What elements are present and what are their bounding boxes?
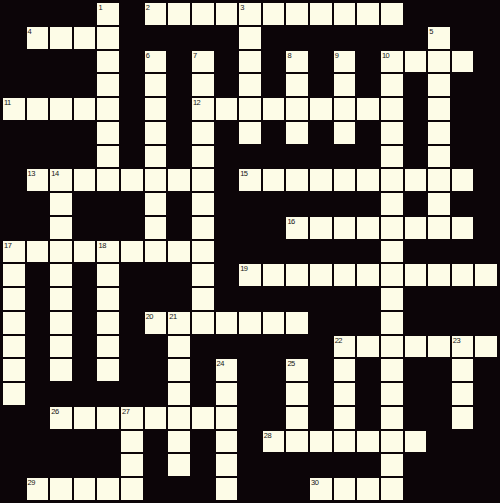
cell-r5-c4[interactable]	[96, 121, 120, 145]
cell-r0-c2	[49, 2, 73, 26]
cell-r7-c14[interactable]	[333, 168, 357, 192]
cell-r11-c10[interactable]: 19	[238, 263, 262, 287]
cell-r0-c10[interactable]: 3	[238, 2, 262, 26]
clue-number-27: 27	[122, 407, 129, 416]
cell-r1-c10[interactable]	[238, 26, 262, 50]
cell-r2-c1	[26, 50, 50, 74]
cell-r14-c9	[215, 335, 239, 359]
cell-r11-c4[interactable]	[96, 263, 120, 287]
cell-r10-c6[interactable]	[144, 240, 168, 264]
cell-r2-c8[interactable]: 7	[191, 50, 215, 74]
cell-r13-c13	[309, 311, 333, 335]
cell-r9-c12[interactable]: 16	[285, 216, 309, 240]
cell-r7-c5[interactable]	[120, 168, 144, 192]
cell-r9-c0	[2, 216, 26, 240]
cell-r19-c8	[191, 453, 215, 477]
cell-r18-c9[interactable]	[215, 430, 239, 454]
cell-r11-c17[interactable]	[404, 263, 428, 287]
cell-r18-c3	[73, 430, 97, 454]
cell-r13-c9[interactable]	[215, 311, 239, 335]
cell-r14-c4[interactable]	[96, 335, 120, 359]
cell-r0-c14[interactable]	[333, 2, 357, 26]
cell-r4-c0[interactable]: 11	[2, 97, 26, 121]
cell-r17-c2[interactable]: 26	[49, 406, 73, 430]
cell-r12-c13	[309, 287, 333, 311]
cell-r0-c4[interactable]: 1	[96, 2, 120, 26]
cell-r9-c17[interactable]	[404, 216, 428, 240]
cell-r0-c7[interactable]	[167, 2, 191, 26]
cell-r10-c0[interactable]: 17	[2, 240, 26, 264]
cell-r17-c3[interactable]	[73, 406, 97, 430]
clue-number-10: 10	[382, 51, 389, 60]
cell-r20-c5[interactable]	[120, 477, 144, 501]
cell-r13-c7[interactable]: 21	[167, 311, 191, 335]
clue-number-11: 11	[4, 98, 11, 107]
cell-r12-c16[interactable]	[380, 287, 404, 311]
cell-r4-c14[interactable]	[333, 97, 357, 121]
cell-r19-c2	[49, 453, 73, 477]
cell-r6-c18[interactable]	[427, 145, 451, 169]
cell-r4-c10[interactable]	[238, 97, 262, 121]
cell-r17-c0	[2, 406, 26, 430]
cell-r6-c5	[120, 145, 144, 169]
cell-r20-c19	[451, 477, 475, 501]
cell-r10-c3[interactable]	[73, 240, 97, 264]
cell-r13-c18	[427, 311, 451, 335]
cell-r20-c15[interactable]	[356, 477, 380, 501]
cell-r8-c8[interactable]	[191, 192, 215, 216]
cell-r9-c18[interactable]	[427, 216, 451, 240]
cell-r3-c8[interactable]	[191, 73, 215, 97]
cell-r19-c4	[96, 453, 120, 477]
cell-r3-c18[interactable]	[427, 73, 451, 97]
cell-r19-c5[interactable]	[120, 453, 144, 477]
crossword-grid: 1234567891011121314151617181920212223242…	[2, 2, 498, 501]
cell-r10-c18	[427, 240, 451, 264]
cell-r2-c16[interactable]: 10	[380, 50, 404, 74]
cell-r6-c12	[285, 145, 309, 169]
cell-r3-c4[interactable]	[96, 73, 120, 97]
cell-r16-c7[interactable]	[167, 382, 191, 406]
cell-r18-c10	[238, 430, 262, 454]
cell-r11-c18[interactable]	[427, 263, 451, 287]
cell-r6-c7	[167, 145, 191, 169]
cell-r2-c18[interactable]	[427, 50, 451, 74]
cell-r11-c14[interactable]	[333, 263, 357, 287]
cell-r20-c17	[404, 477, 428, 501]
cell-r16-c11	[262, 382, 286, 406]
cell-r3-c6[interactable]	[144, 73, 168, 97]
cell-r6-c6[interactable]	[144, 145, 168, 169]
cell-r19-c9[interactable]	[215, 453, 239, 477]
cell-r1-c2[interactable]	[49, 26, 73, 50]
cell-r12-c4[interactable]	[96, 287, 120, 311]
cell-r8-c2[interactable]	[49, 192, 73, 216]
cell-r8-c6[interactable]	[144, 192, 168, 216]
cell-r12-c6	[144, 287, 168, 311]
cell-r9-c2[interactable]	[49, 216, 73, 240]
cell-r16-c19[interactable]	[451, 382, 475, 406]
cell-r13-c3	[73, 311, 97, 335]
cell-r4-c12[interactable]	[285, 97, 309, 121]
cell-r16-c20	[474, 382, 498, 406]
cell-r7-c12[interactable]	[285, 168, 309, 192]
cell-r15-c0[interactable]	[2, 358, 26, 382]
cell-r8-c18[interactable]	[427, 192, 451, 216]
clue-number-5: 5	[429, 27, 433, 36]
cell-r20-c16[interactable]	[380, 477, 404, 501]
cell-r13-c0[interactable]	[2, 311, 26, 335]
cell-r4-c8[interactable]: 12	[191, 97, 215, 121]
cell-r14-c13	[309, 335, 333, 359]
cell-r19-c3	[73, 453, 97, 477]
cell-r19-c1	[26, 453, 50, 477]
cell-r18-c5[interactable]	[120, 430, 144, 454]
cell-r4-c17	[404, 97, 428, 121]
cell-r1-c18[interactable]: 5	[427, 26, 451, 50]
cell-r13-c2[interactable]	[49, 311, 73, 335]
cell-r15-c8	[191, 358, 215, 382]
cell-r11-c8[interactable]	[191, 263, 215, 287]
cell-r5-c6[interactable]	[144, 121, 168, 145]
cell-r9-c8[interactable]	[191, 216, 215, 240]
cell-r5-c19	[451, 121, 475, 145]
cell-r17-c6[interactable]	[144, 406, 168, 430]
cell-r20-c9[interactable]	[215, 477, 239, 501]
cell-r3-c3	[73, 73, 97, 97]
cell-r12-c8[interactable]	[191, 287, 215, 311]
cell-r3-c0	[2, 73, 26, 97]
cell-r13-c4[interactable]	[96, 311, 120, 335]
cell-r17-c7[interactable]	[167, 406, 191, 430]
cell-r12-c7	[167, 287, 191, 311]
cell-r12-c18	[427, 287, 451, 311]
cell-r14-c12	[285, 335, 309, 359]
cell-r11-c9	[215, 263, 239, 287]
cell-r1-c4[interactable]	[96, 26, 120, 50]
cell-r7-c11[interactable]	[262, 168, 286, 192]
cell-r14-c2[interactable]	[49, 335, 73, 359]
cell-r7-c16[interactable]	[380, 168, 404, 192]
cell-r5-c5	[120, 121, 144, 145]
cell-r17-c4[interactable]	[96, 406, 120, 430]
cell-r15-c19[interactable]	[451, 358, 475, 382]
clue-number-4: 4	[28, 27, 32, 36]
cell-r11-c12[interactable]	[285, 263, 309, 287]
cell-r10-c7[interactable]	[167, 240, 191, 264]
cell-r0-c9[interactable]	[215, 2, 239, 26]
cell-r2-c9	[215, 50, 239, 74]
cell-r14-c20[interactable]	[474, 335, 498, 359]
cell-r4-c16[interactable]	[380, 97, 404, 121]
cell-r5-c15	[356, 121, 380, 145]
cell-r15-c12[interactable]: 25	[285, 358, 309, 382]
cell-r10-c8[interactable]	[191, 240, 215, 264]
cell-r6-c16[interactable]	[380, 145, 404, 169]
cell-r2-c6[interactable]: 6	[144, 50, 168, 74]
cell-r5-c14[interactable]	[333, 121, 357, 145]
cell-r20-c10	[238, 477, 262, 501]
cell-r1-c6	[144, 26, 168, 50]
cell-r2-c10[interactable]	[238, 50, 262, 74]
cell-r3-c14[interactable]	[333, 73, 357, 97]
cell-r19-c16[interactable]	[380, 453, 404, 477]
cell-r14-c0[interactable]	[2, 335, 26, 359]
cell-r7-c1[interactable]: 13	[26, 168, 50, 192]
cell-r12-c19	[451, 287, 475, 311]
cell-r18-c12[interactable]	[285, 430, 309, 454]
cell-r7-c7[interactable]	[167, 168, 191, 192]
cell-r13-c16[interactable]	[380, 311, 404, 335]
cell-r5-c12[interactable]	[285, 121, 309, 145]
cell-r4-c6[interactable]	[144, 97, 168, 121]
clue-number-17: 17	[4, 241, 11, 250]
cell-r10-c16[interactable]	[380, 240, 404, 264]
cell-r4-c2[interactable]	[49, 97, 73, 121]
cell-r2-c13	[309, 50, 333, 74]
cell-r17-c19[interactable]	[451, 406, 475, 430]
cell-r0-c16[interactable]	[380, 2, 404, 26]
cell-r7-c8[interactable]	[191, 168, 215, 192]
cell-r10-c20	[474, 240, 498, 264]
cell-r6-c11	[262, 145, 286, 169]
cell-r4-c15[interactable]	[356, 97, 380, 121]
cell-r11-c15[interactable]	[356, 263, 380, 287]
cell-r2-c12[interactable]: 8	[285, 50, 309, 74]
cell-r15-c7[interactable]	[167, 358, 191, 382]
cell-r13-c17	[404, 311, 428, 335]
cell-r10-c2[interactable]	[49, 240, 73, 264]
cell-r2-c14[interactable]: 9	[333, 50, 357, 74]
cell-r4-c11[interactable]	[262, 97, 286, 121]
cell-r5-c8[interactable]	[191, 121, 215, 145]
cell-r18-c7[interactable]	[167, 430, 191, 454]
cell-r7-c4[interactable]	[96, 168, 120, 192]
cell-r10-c4[interactable]: 18	[96, 240, 120, 264]
cell-r17-c12[interactable]	[285, 406, 309, 430]
cell-r9-c19[interactable]	[451, 216, 475, 240]
cell-r6-c4[interactable]	[96, 145, 120, 169]
clue-number-1: 1	[98, 3, 102, 12]
cell-r12-c0[interactable]	[2, 287, 26, 311]
cell-r13-c11[interactable]	[262, 311, 286, 335]
cell-r15-c17	[404, 358, 428, 382]
cell-r1-c14	[333, 26, 357, 50]
cell-r3-c11	[262, 73, 286, 97]
cell-r19-c0	[2, 453, 26, 477]
cell-r17-c13	[309, 406, 333, 430]
cell-r15-c3	[73, 358, 97, 382]
cell-r8-c17	[404, 192, 428, 216]
cell-r12-c15	[356, 287, 380, 311]
cell-r2-c19[interactable]	[451, 50, 475, 74]
cell-r2-c3	[73, 50, 97, 74]
cell-r1-c3[interactable]	[73, 26, 97, 50]
cell-r17-c10	[238, 406, 262, 430]
cell-r11-c0[interactable]	[2, 263, 26, 287]
cell-r11-c19[interactable]	[451, 263, 475, 287]
cell-r9-c14[interactable]	[333, 216, 357, 240]
cell-r7-c13[interactable]	[309, 168, 333, 192]
cell-r9-c3	[73, 216, 97, 240]
cell-r7-c2[interactable]: 14	[49, 168, 73, 192]
cell-r11-c20[interactable]	[474, 263, 498, 287]
cell-r20-c1[interactable]: 29	[26, 477, 50, 501]
cell-r5-c11	[262, 121, 286, 145]
cell-r6-c8[interactable]	[191, 145, 215, 169]
cell-r12-c5	[120, 287, 144, 311]
cell-r7-c15[interactable]	[356, 168, 380, 192]
cell-r7-c6[interactable]	[144, 168, 168, 192]
cell-r2-c17[interactable]	[404, 50, 428, 74]
cell-r5-c18[interactable]	[427, 121, 451, 145]
cell-r5-c16[interactable]	[380, 121, 404, 145]
cell-r18-c15[interactable]	[356, 430, 380, 454]
cell-r1-c17	[404, 26, 428, 50]
cell-r15-c9[interactable]: 24	[215, 358, 239, 382]
cell-r14-c15[interactable]	[356, 335, 380, 359]
cell-r9-c6[interactable]	[144, 216, 168, 240]
cell-r7-c19[interactable]	[451, 168, 475, 192]
cell-r0-c13[interactable]	[309, 2, 333, 26]
cell-r3-c16[interactable]	[380, 73, 404, 97]
cell-r18-c4	[96, 430, 120, 454]
cell-r17-c16[interactable]	[380, 406, 404, 430]
cell-r18-c14[interactable]	[333, 430, 357, 454]
cell-r12-c1	[26, 287, 50, 311]
cell-r19-c7[interactable]	[167, 453, 191, 477]
cell-r18-c19	[451, 430, 475, 454]
cell-r2-c4[interactable]	[96, 50, 120, 74]
cell-r1-c20	[474, 26, 498, 50]
cell-r13-c10[interactable]	[238, 311, 262, 335]
cell-r0-c1	[26, 2, 50, 26]
cell-r19-c18	[427, 453, 451, 477]
cell-r1-c1[interactable]: 4	[26, 26, 50, 50]
cell-r9-c15[interactable]	[356, 216, 380, 240]
cell-r14-c18[interactable]	[427, 335, 451, 359]
cell-r18-c16[interactable]	[380, 430, 404, 454]
cell-r11-c13[interactable]	[309, 263, 333, 287]
cell-r19-c10	[238, 453, 262, 477]
cell-r14-c7[interactable]	[167, 335, 191, 359]
cell-r17-c14[interactable]	[333, 406, 357, 430]
cell-r7-c18[interactable]	[427, 168, 451, 192]
cell-r7-c17[interactable]	[404, 168, 428, 192]
cell-r13-c8[interactable]	[191, 311, 215, 335]
cell-r15-c16[interactable]	[380, 358, 404, 382]
cell-r4-c9[interactable]	[215, 97, 239, 121]
cell-r13-c12[interactable]	[285, 311, 309, 335]
cell-r15-c2[interactable]	[49, 358, 73, 382]
cell-r14-c14[interactable]: 22	[333, 335, 357, 359]
cell-r14-c1	[26, 335, 50, 359]
cell-r6-c17	[404, 145, 428, 169]
cell-r11-c11[interactable]	[262, 263, 286, 287]
cell-r8-c12	[285, 192, 309, 216]
cell-r15-c4[interactable]	[96, 358, 120, 382]
cell-r12-c2[interactable]	[49, 287, 73, 311]
cell-r4-c3[interactable]	[73, 97, 97, 121]
cell-r20-c3[interactable]	[73, 477, 97, 501]
cell-r18-c17[interactable]	[404, 430, 428, 454]
cell-r4-c4[interactable]	[96, 97, 120, 121]
cell-r9-c16[interactable]	[380, 216, 404, 240]
cell-r0-c12[interactable]	[285, 2, 309, 26]
clue-number-14: 14	[51, 169, 58, 178]
cell-r20-c4[interactable]	[96, 477, 120, 501]
cell-r0-c8[interactable]	[191, 2, 215, 26]
cell-r9-c13[interactable]	[309, 216, 333, 240]
cell-r10-c1[interactable]	[26, 240, 50, 264]
cell-r8-c7	[167, 192, 191, 216]
cell-r16-c16[interactable]	[380, 382, 404, 406]
cell-r18-c13[interactable]	[309, 430, 333, 454]
cell-r20-c2[interactable]	[49, 477, 73, 501]
cell-r0-c11[interactable]	[262, 2, 286, 26]
cell-r0-c15[interactable]	[356, 2, 380, 26]
cell-r3-c12[interactable]	[285, 73, 309, 97]
cell-r7-c10[interactable]: 15	[238, 168, 262, 192]
cell-r4-c18[interactable]	[427, 97, 451, 121]
cell-r16-c12[interactable]	[285, 382, 309, 406]
cell-r7-c3[interactable]	[73, 168, 97, 192]
cell-r5-c10[interactable]	[238, 121, 262, 145]
cell-r0-c5	[120, 2, 144, 26]
cell-r13-c6[interactable]: 20	[144, 311, 168, 335]
cell-r20-c13[interactable]: 30	[309, 477, 333, 501]
cell-r19-c20	[474, 453, 498, 477]
cell-r16-c14[interactable]	[333, 382, 357, 406]
cell-r5-c3	[73, 121, 97, 145]
cell-r4-c13[interactable]	[309, 97, 333, 121]
cell-r17-c8[interactable]	[191, 406, 215, 430]
cell-r14-c16[interactable]	[380, 335, 404, 359]
cell-r20-c14[interactable]	[333, 477, 357, 501]
clue-number-21: 21	[169, 312, 176, 321]
cell-r14-c19[interactable]: 23	[451, 335, 475, 359]
cell-r8-c16[interactable]	[380, 192, 404, 216]
cell-r1-c7	[167, 26, 191, 50]
cell-r15-c14[interactable]	[333, 358, 357, 382]
cell-r14-c17[interactable]	[404, 335, 428, 359]
cell-r13-c1	[26, 311, 50, 335]
cell-r14-c11	[262, 335, 286, 359]
cell-r4-c1[interactable]	[26, 97, 50, 121]
cell-r11-c16[interactable]	[380, 263, 404, 287]
cell-r16-c3	[73, 382, 97, 406]
cell-r19-c14	[333, 453, 357, 477]
cell-r3-c10[interactable]	[238, 73, 262, 97]
cell-r17-c9[interactable]	[215, 406, 239, 430]
cell-r0-c6[interactable]: 2	[144, 2, 168, 26]
cell-r10-c5[interactable]	[120, 240, 144, 264]
cell-r13-c14	[333, 311, 357, 335]
cell-r5-c9	[215, 121, 239, 145]
cell-r8-c4	[96, 192, 120, 216]
cell-r11-c5	[120, 263, 144, 287]
cell-r1-c8	[191, 26, 215, 50]
cell-r16-c9[interactable]	[215, 382, 239, 406]
cell-r18-c11[interactable]: 28	[262, 430, 286, 454]
cell-r16-c0[interactable]	[2, 382, 26, 406]
cell-r17-c5[interactable]: 27	[120, 406, 144, 430]
cell-r20-c11	[262, 477, 286, 501]
cell-r19-c15	[356, 453, 380, 477]
clue-number-6: 6	[146, 51, 150, 60]
cell-r11-c2[interactable]	[49, 263, 73, 287]
cell-r19-c13	[309, 453, 333, 477]
